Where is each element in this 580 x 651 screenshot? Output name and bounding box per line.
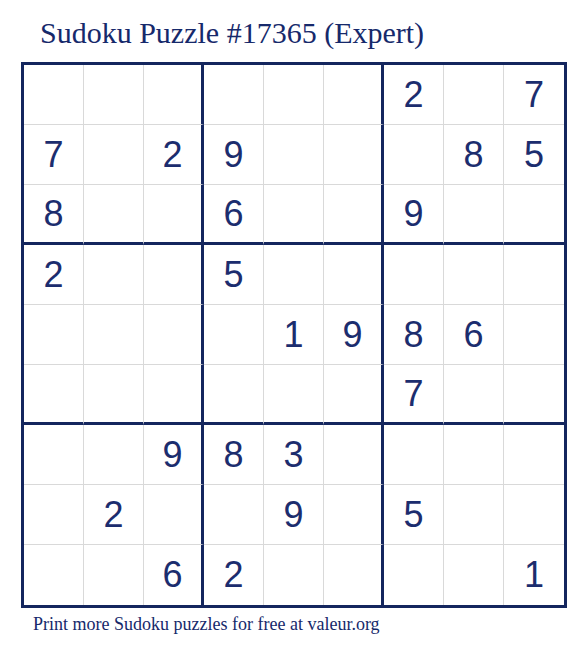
- cell-r6c2[interactable]: [84, 365, 144, 425]
- cell-r1c3[interactable]: [144, 65, 204, 125]
- cell-r2c4[interactable]: 9: [204, 125, 264, 185]
- cell-r8c1[interactable]: [24, 485, 84, 545]
- cell-r4c1[interactable]: 2: [24, 245, 84, 305]
- cell-r6c8[interactable]: [444, 365, 504, 425]
- cell-r2c6[interactable]: [324, 125, 384, 185]
- cell-r9c9[interactable]: 1: [504, 545, 564, 605]
- cell-r3c3[interactable]: [144, 185, 204, 245]
- cell-r9c7[interactable]: [384, 545, 444, 605]
- cell-r5c2[interactable]: [84, 305, 144, 365]
- cell-r8c6[interactable]: [324, 485, 384, 545]
- cell-r5c9[interactable]: [504, 305, 564, 365]
- cell-r8c9[interactable]: [504, 485, 564, 545]
- cell-r6c7[interactable]: 7: [384, 365, 444, 425]
- cell-r4c3[interactable]: [144, 245, 204, 305]
- cell-r4c7[interactable]: [384, 245, 444, 305]
- cell-r4c9[interactable]: [504, 245, 564, 305]
- cell-r7c9[interactable]: [504, 425, 564, 485]
- cell-r6c9[interactable]: [504, 365, 564, 425]
- cell-r3c5[interactable]: [264, 185, 324, 245]
- cell-r4c8[interactable]: [444, 245, 504, 305]
- cell-r6c1[interactable]: [24, 365, 84, 425]
- cell-r2c8[interactable]: 8: [444, 125, 504, 185]
- cell-r4c4[interactable]: 5: [204, 245, 264, 305]
- sudoku-board: 27729858692519867983295621: [21, 62, 567, 608]
- cell-r7c3[interactable]: 9: [144, 425, 204, 485]
- cell-r4c2[interactable]: [84, 245, 144, 305]
- cell-r2c3[interactable]: 2: [144, 125, 204, 185]
- cell-r1c2[interactable]: [84, 65, 144, 125]
- cell-r9c6[interactable]: [324, 545, 384, 605]
- cell-r8c8[interactable]: [444, 485, 504, 545]
- cell-r7c1[interactable]: [24, 425, 84, 485]
- cell-r2c5[interactable]: [264, 125, 324, 185]
- cell-r5c7[interactable]: 8: [384, 305, 444, 365]
- cell-r1c8[interactable]: [444, 65, 504, 125]
- cell-r3c7[interactable]: 9: [384, 185, 444, 245]
- cell-r3c8[interactable]: [444, 185, 504, 245]
- cell-r1c7[interactable]: 2: [384, 65, 444, 125]
- cell-r1c5[interactable]: [264, 65, 324, 125]
- cell-r6c4[interactable]: [204, 365, 264, 425]
- cell-r4c6[interactable]: [324, 245, 384, 305]
- cell-r9c1[interactable]: [24, 545, 84, 605]
- cell-r8c7[interactable]: 5: [384, 485, 444, 545]
- cell-r1c1[interactable]: [24, 65, 84, 125]
- cell-r9c3[interactable]: 6: [144, 545, 204, 605]
- cell-r6c5[interactable]: [264, 365, 324, 425]
- cell-r3c2[interactable]: [84, 185, 144, 245]
- page-title: Sudoku Puzzle #17365 (Expert): [40, 16, 424, 50]
- cell-r9c8[interactable]: [444, 545, 504, 605]
- cell-r5c5[interactable]: 1: [264, 305, 324, 365]
- cell-r6c6[interactable]: [324, 365, 384, 425]
- cell-r7c6[interactable]: [324, 425, 384, 485]
- cell-r8c5[interactable]: 9: [264, 485, 324, 545]
- cell-r7c5[interactable]: 3: [264, 425, 324, 485]
- cell-r2c2[interactable]: [84, 125, 144, 185]
- cell-r5c6[interactable]: 9: [324, 305, 384, 365]
- cell-r3c6[interactable]: [324, 185, 384, 245]
- cell-r1c4[interactable]: [204, 65, 264, 125]
- cell-r2c9[interactable]: 5: [504, 125, 564, 185]
- cell-r5c1[interactable]: [24, 305, 84, 365]
- cell-r3c4[interactable]: 6: [204, 185, 264, 245]
- cell-r7c7[interactable]: [384, 425, 444, 485]
- cell-r7c4[interactable]: 8: [204, 425, 264, 485]
- cell-r6c3[interactable]: [144, 365, 204, 425]
- cell-r9c5[interactable]: [264, 545, 324, 605]
- cell-r1c6[interactable]: [324, 65, 384, 125]
- cell-r3c1[interactable]: 8: [24, 185, 84, 245]
- cell-r1c9[interactable]: 7: [504, 65, 564, 125]
- cell-r8c2[interactable]: 2: [84, 485, 144, 545]
- footer-text: Print more Sudoku puzzles for free at va…: [33, 614, 380, 635]
- cell-r4c5[interactable]: [264, 245, 324, 305]
- cell-r9c4[interactable]: 2: [204, 545, 264, 605]
- cell-r7c8[interactable]: [444, 425, 504, 485]
- cell-r3c9[interactable]: [504, 185, 564, 245]
- cell-r2c1[interactable]: 7: [24, 125, 84, 185]
- cell-r5c3[interactable]: [144, 305, 204, 365]
- cell-r7c2[interactable]: [84, 425, 144, 485]
- cell-r5c8[interactable]: 6: [444, 305, 504, 365]
- cell-r2c7[interactable]: [384, 125, 444, 185]
- cell-r5c4[interactable]: [204, 305, 264, 365]
- cell-r8c3[interactable]: [144, 485, 204, 545]
- cell-r8c4[interactable]: [204, 485, 264, 545]
- cell-r9c2[interactable]: [84, 545, 144, 605]
